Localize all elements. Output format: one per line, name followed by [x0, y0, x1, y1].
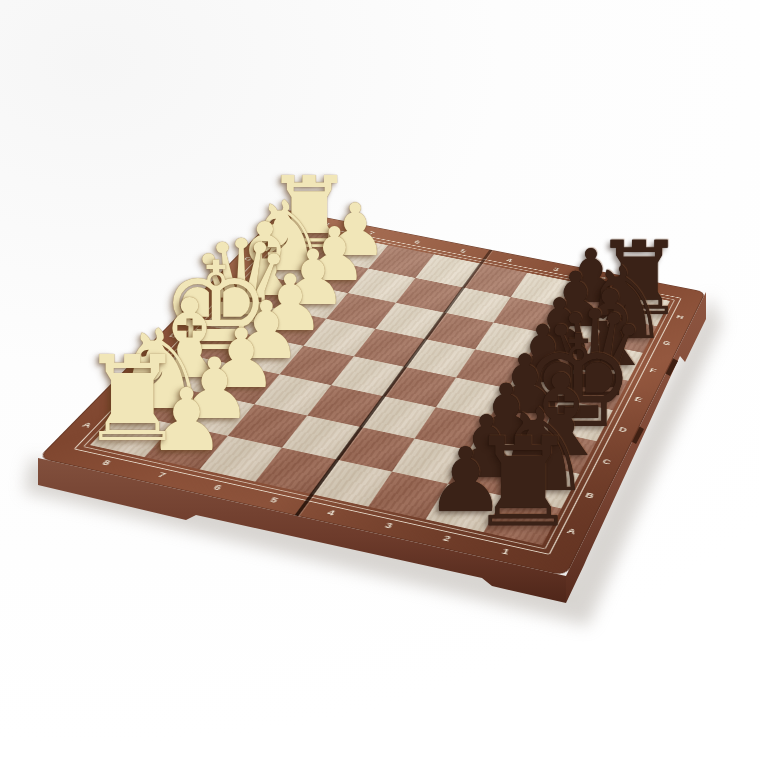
- coordinate-label: 5: [268, 495, 280, 504]
- coordinate-label: F: [220, 280, 231, 286]
- coordinate-label: A: [80, 420, 94, 428]
- coordinate-label: 1: [647, 285, 655, 291]
- coordinate-label: 5: [459, 248, 468, 254]
- coordinate-label: E: [634, 395, 644, 403]
- coordinate-label: G: [662, 339, 672, 346]
- coordinate-label: 3: [383, 521, 394, 530]
- coordinate-label: 3: [552, 266, 560, 272]
- coordinate-label: 7: [156, 471, 168, 480]
- coordinate-label: F: [649, 367, 658, 374]
- coordinate-label: 4: [325, 508, 337, 517]
- coordinate-label: G: [243, 255, 255, 261]
- coordinate-label: 2: [441, 534, 452, 543]
- coordinate-label: 4: [505, 257, 513, 263]
- coordinate-label: 2: [599, 276, 607, 282]
- product-photo-scene: 8765432187654321HGFEDCBAHGFEDCBA ♜♞♝♛♚♝♞…: [0, 0, 760, 760]
- coordinate-label: H: [265, 232, 276, 238]
- coordinate-label: 8: [322, 221, 331, 227]
- coordinate-label: C: [601, 457, 612, 466]
- coordinate-label: H: [675, 313, 684, 320]
- coordinate-label: A: [566, 526, 578, 536]
- coordinate-label: 1: [500, 547, 511, 557]
- coordinate-label: 6: [413, 239, 422, 245]
- coordinate-label: D: [168, 332, 181, 339]
- coordinate-label: 7: [367, 230, 376, 236]
- coordinate-label: E: [194, 305, 206, 312]
- coordinate-label: B: [111, 389, 125, 397]
- coordinate-label: B: [584, 491, 596, 500]
- coordinate-label: 6: [212, 483, 224, 492]
- coordinate-label: D: [618, 425, 629, 433]
- coordinate-label: 8: [100, 458, 113, 467]
- coordinate-label: C: [140, 360, 153, 368]
